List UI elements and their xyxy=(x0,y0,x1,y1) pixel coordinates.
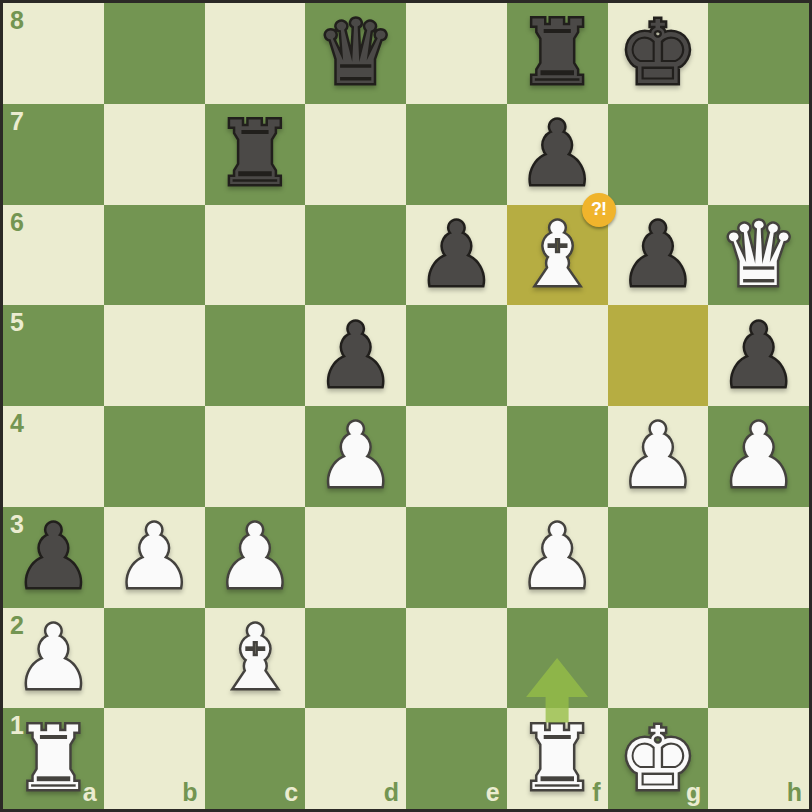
square-g6[interactable]: ♟ xyxy=(608,205,709,306)
piece-black-pawn[interactable]: ♟ xyxy=(14,513,93,601)
piece-black-rook[interactable]: ♜ xyxy=(518,9,597,97)
coord-file-c: c xyxy=(284,780,298,805)
square-f1[interactable]: f♜ xyxy=(507,708,608,809)
square-b7[interactable] xyxy=(104,104,205,205)
square-b1[interactable]: b xyxy=(104,708,205,809)
square-a2[interactable]: 2♟ xyxy=(3,608,104,709)
square-h2[interactable] xyxy=(708,608,809,709)
coord-rank-4: 4 xyxy=(10,411,24,436)
coord-rank-7: 7 xyxy=(10,109,24,134)
square-g4[interactable]: ♟ xyxy=(608,406,709,507)
square-f4[interactable] xyxy=(507,406,608,507)
square-c8[interactable] xyxy=(205,3,306,104)
square-h5[interactable]: ♟ xyxy=(708,305,809,406)
square-c6[interactable] xyxy=(205,205,306,306)
square-d6[interactable] xyxy=(305,205,406,306)
coord-file-b: b xyxy=(182,780,197,805)
square-g5[interactable] xyxy=(608,305,709,406)
square-c3[interactable]: ♟ xyxy=(205,507,306,608)
square-d5[interactable]: ♟ xyxy=(305,305,406,406)
piece-white-queen[interactable]: ♛ xyxy=(719,211,798,299)
square-h3[interactable] xyxy=(708,507,809,608)
piece-white-king[interactable]: ♚ xyxy=(618,715,697,803)
square-a3[interactable]: 3♟ xyxy=(3,507,104,608)
square-d1[interactable]: d xyxy=(305,708,406,809)
coord-file-e: e xyxy=(486,780,500,805)
square-c7[interactable]: ♜ xyxy=(205,104,306,205)
square-b2[interactable] xyxy=(104,608,205,709)
coord-file-d: d xyxy=(384,780,399,805)
square-e6[interactable]: ♟ xyxy=(406,205,507,306)
square-e5[interactable] xyxy=(406,305,507,406)
square-c2[interactable]: ♝ xyxy=(205,608,306,709)
coord-rank-8: 8 xyxy=(10,8,24,33)
square-f7[interactable]: ♟ xyxy=(507,104,608,205)
square-d7[interactable] xyxy=(305,104,406,205)
square-g8[interactable]: ♚ xyxy=(608,3,709,104)
piece-white-bishop[interactable]: ♝ xyxy=(518,211,597,299)
square-g7[interactable] xyxy=(608,104,709,205)
square-f3[interactable]: ♟ xyxy=(507,507,608,608)
square-a5[interactable]: 5 xyxy=(3,305,104,406)
piece-white-pawn[interactable]: ♟ xyxy=(316,412,395,500)
square-g1[interactable]: g♚ xyxy=(608,708,709,809)
square-a7[interactable]: 7 xyxy=(3,104,104,205)
square-f2[interactable] xyxy=(507,608,608,709)
piece-black-pawn[interactable]: ♟ xyxy=(719,312,798,400)
piece-white-pawn[interactable]: ♟ xyxy=(215,513,294,601)
square-c1[interactable]: c xyxy=(205,708,306,809)
piece-black-rook[interactable]: ♜ xyxy=(215,110,294,198)
square-b3[interactable]: ♟ xyxy=(104,507,205,608)
square-c4[interactable] xyxy=(205,406,306,507)
square-e8[interactable] xyxy=(406,3,507,104)
move-classification-badge: ?! xyxy=(582,193,616,227)
square-d3[interactable] xyxy=(305,507,406,608)
coord-rank-5: 5 xyxy=(10,310,24,335)
square-h1[interactable]: h xyxy=(708,708,809,809)
square-h8[interactable] xyxy=(708,3,809,104)
square-a4[interactable]: 4 xyxy=(3,406,104,507)
square-h6[interactable]: ♛ xyxy=(708,205,809,306)
square-c5[interactable] xyxy=(205,305,306,406)
square-h4[interactable]: ♟ xyxy=(708,406,809,507)
square-e7[interactable] xyxy=(406,104,507,205)
square-a8[interactable]: 8 xyxy=(3,3,104,104)
coord-file-h: h xyxy=(787,780,802,805)
piece-white-bishop[interactable]: ♝ xyxy=(215,614,294,702)
square-g2[interactable] xyxy=(608,608,709,709)
piece-black-queen[interactable]: ♛ xyxy=(316,9,395,97)
square-b5[interactable] xyxy=(104,305,205,406)
piece-black-pawn[interactable]: ♟ xyxy=(618,211,697,299)
piece-white-pawn[interactable]: ♟ xyxy=(14,614,93,702)
piece-white-rook[interactable]: ♜ xyxy=(14,715,93,803)
square-f6[interactable]: ♝?! xyxy=(507,205,608,306)
piece-white-pawn[interactable]: ♟ xyxy=(115,513,194,601)
piece-white-rook[interactable]: ♜ xyxy=(518,715,597,803)
piece-black-pawn[interactable]: ♟ xyxy=(417,211,496,299)
square-h7[interactable] xyxy=(708,104,809,205)
square-a1[interactable]: 1a♜ xyxy=(3,708,104,809)
square-b6[interactable] xyxy=(104,205,205,306)
square-e4[interactable] xyxy=(406,406,507,507)
square-d4[interactable]: ♟ xyxy=(305,406,406,507)
square-e2[interactable] xyxy=(406,608,507,709)
chess-board-frame: 8♛♜♚7♜♟6♟♝?!♟♛5♟♟4♟♟♟3♟♟♟♟2♟♝1a♜bcdef♜g♚… xyxy=(0,0,812,812)
square-d2[interactable] xyxy=(305,608,406,709)
piece-white-pawn[interactable]: ♟ xyxy=(719,412,798,500)
chess-board: 8♛♜♚7♜♟6♟♝?!♟♛5♟♟4♟♟♟3♟♟♟♟2♟♝1a♜bcdef♜g♚… xyxy=(3,3,809,809)
square-g3[interactable] xyxy=(608,507,709,608)
piece-black-pawn[interactable]: ♟ xyxy=(518,110,597,198)
piece-black-king[interactable]: ♚ xyxy=(618,9,697,97)
piece-white-pawn[interactable]: ♟ xyxy=(518,513,597,601)
square-e1[interactable]: e xyxy=(406,708,507,809)
piece-black-pawn[interactable]: ♟ xyxy=(316,312,395,400)
coord-rank-6: 6 xyxy=(10,210,24,235)
square-e3[interactable] xyxy=(406,507,507,608)
square-b4[interactable] xyxy=(104,406,205,507)
square-a6[interactable]: 6 xyxy=(3,205,104,306)
square-f5[interactable] xyxy=(507,305,608,406)
square-d8[interactable]: ♛ xyxy=(305,3,406,104)
square-b8[interactable] xyxy=(104,3,205,104)
square-f8[interactable]: ♜ xyxy=(507,3,608,104)
piece-white-pawn[interactable]: ♟ xyxy=(618,412,697,500)
